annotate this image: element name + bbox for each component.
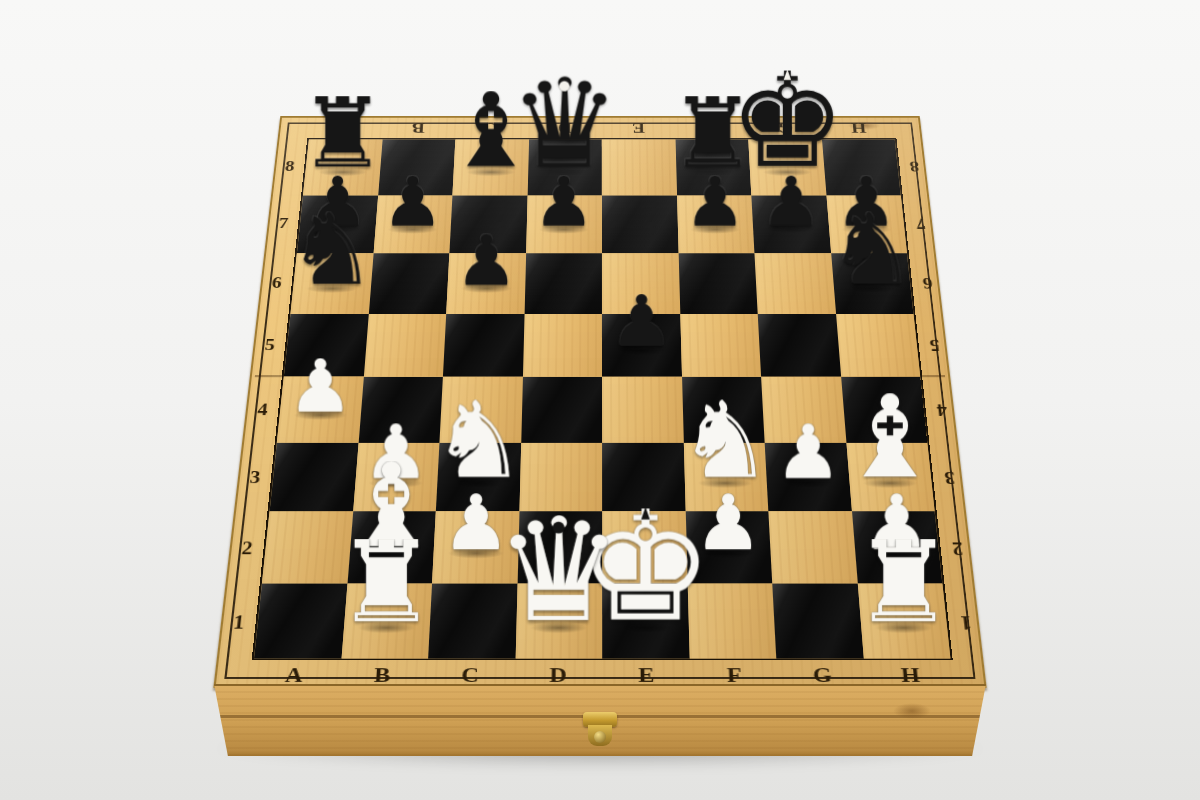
- white-knight-c3[interactable]: ♞: [431, 400, 526, 482]
- square-b5[interactable]: [363, 314, 446, 377]
- black-pawn-c6[interactable]: ♟: [455, 233, 518, 288]
- queen-finial-ball: [560, 81, 570, 91]
- square-d1[interactable]: ♛: [515, 583, 602, 658]
- square-g7[interactable]: ♟: [751, 195, 830, 253]
- square-a4[interactable]: ♟: [277, 377, 364, 443]
- wood-knot: [847, 121, 881, 130]
- black-knight-h6[interactable]: ♞: [828, 211, 917, 288]
- square-a1[interactable]: [254, 583, 347, 658]
- square-e7[interactable]: [602, 195, 678, 253]
- square-e5[interactable]: ♟: [602, 314, 682, 377]
- square-b7[interactable]: ♟: [373, 195, 452, 253]
- square-d4[interactable]: [521, 377, 602, 443]
- square-c5[interactable]: [443, 314, 524, 377]
- square-g5[interactable]: [758, 314, 841, 377]
- square-f7[interactable]: ♟: [677, 195, 755, 253]
- square-f5[interactable]: [680, 314, 761, 377]
- white-pawn-g3[interactable]: ♟: [775, 424, 842, 482]
- board-wood-border: ABCDEFGH ABCDEFGH 87654321 87654321 ♜♝♛♜…: [213, 116, 986, 687]
- black-queen-d8[interactable]: ♛: [510, 76, 620, 172]
- black-knight-a6[interactable]: ♞: [287, 211, 376, 288]
- photo-background: ABCDEFGH ABCDEFGH 87654321 87654321 ♜♝♛♜…: [0, 0, 1200, 800]
- clasp-knob: [594, 731, 606, 743]
- square-d5[interactable]: [522, 314, 602, 377]
- black-pawn-e5[interactable]: ♟: [609, 294, 673, 350]
- square-h6[interactable]: ♞: [831, 253, 914, 313]
- black-pawn-d7[interactable]: ♟: [533, 175, 594, 228]
- white-queen-d1[interactable]: ♛: [495, 515, 623, 627]
- queen-finial-ball: [553, 521, 565, 533]
- king-finial-cone: [783, 69, 792, 80]
- white-bishop-h3[interactable]: ♝: [839, 393, 941, 482]
- brass-clasp: [582, 712, 618, 756]
- white-rook-h1[interactable]: ♜: [853, 538, 954, 626]
- board-front-edge: [214, 684, 986, 756]
- black-pawn-g7[interactable]: ♟: [760, 175, 821, 228]
- board-grid: ♜♝♛♜♚♟♟♟♟♟♟♞♟♞♟♟♟♞♞♟♝♝♟♟♟♜♛♚♜: [252, 138, 953, 660]
- square-e4[interactable]: [602, 377, 683, 443]
- square-b1[interactable]: ♜: [341, 583, 432, 658]
- black-king-g8[interactable]: ♚: [729, 70, 846, 172]
- square-d7[interactable]: ♟: [526, 195, 602, 253]
- square-h5[interactable]: [836, 314, 921, 377]
- chess-board: ABCDEFGH ABCDEFGH 87654321 87654321 ♜♝♛♜…: [213, 116, 986, 687]
- white-knight-f3[interactable]: ♞: [678, 400, 773, 482]
- black-pawn-f7[interactable]: ♟: [685, 175, 746, 228]
- square-g6[interactable]: [754, 253, 835, 313]
- square-a6[interactable]: ♞: [290, 253, 373, 313]
- square-d6[interactable]: [524, 253, 602, 313]
- square-f6[interactable]: [678, 253, 758, 313]
- white-pawn-a4[interactable]: ♟: [287, 358, 352, 415]
- white-rook-b1[interactable]: ♜: [336, 538, 437, 626]
- square-h1[interactable]: ♜: [857, 583, 950, 658]
- square-g1[interactable]: [772, 583, 863, 658]
- king-finial-cone: [640, 507, 651, 520]
- square-b6[interactable]: [368, 253, 449, 313]
- wood-knot: [893, 703, 931, 719]
- square-c6[interactable]: ♟: [446, 253, 525, 313]
- black-rook-a8[interactable]: ♜: [299, 96, 386, 172]
- black-pawn-b7[interactable]: ♟: [382, 175, 443, 228]
